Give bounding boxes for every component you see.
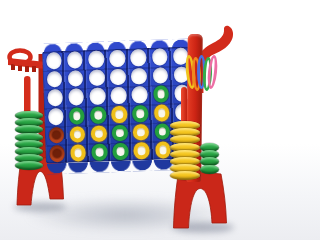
cell-r4c2 [66,106,88,125]
empty-hole [68,89,84,106]
yellow-disc [111,106,127,123]
yellow-disc [91,125,107,142]
cell-r2c2 [65,69,87,88]
empty-hole [111,87,127,104]
cell-r5c4 [109,123,131,142]
cell-r2c3 [86,68,108,87]
cell-r6c3 [89,143,111,162]
cell-r4c3 [87,105,109,124]
cell-r3c2 [65,87,87,106]
cell-r3c5 [129,85,151,104]
empty-hole-red-leg [48,127,64,144]
cell-r2c5 [128,67,150,86]
cell-r4c6 [151,103,173,122]
cell-r5c5 [130,123,152,142]
empty-hole [46,52,62,69]
ring-toss-rings [186,55,226,95]
cell-r4c1 [45,107,67,126]
left-green-disc-stack [15,111,43,170]
ring-hoop [10,51,31,64]
cell-r2c4 [107,67,129,86]
empty-hole [89,69,105,86]
green-disc [132,105,148,122]
cell-r1c3 [85,49,107,68]
cell-r1c6 [149,47,171,66]
empty-hole [48,108,64,125]
empty-hole [67,51,83,68]
cell-r4c4 [108,105,130,124]
cell-r2c6 [149,66,171,85]
cell-r4c5 [130,104,152,123]
cell-r1c1 [43,51,65,70]
empty-hole [131,68,147,85]
cell-r6c4 [110,142,132,161]
cell-r3c3 [87,87,109,106]
yellow-disc [153,104,169,121]
empty-hole-red-leg [49,145,65,162]
yellow-disc [70,145,86,162]
empty-hole [130,49,146,66]
cell-r3c6 [150,84,172,103]
cell-r6c1 [46,144,68,163]
yellow-disc [155,142,171,159]
empty-hole [110,68,126,85]
green-disc [112,124,128,141]
green-disc [154,123,170,140]
empty-hole [109,50,125,67]
green-stack-disc [200,165,219,174]
cell-r1c4 [106,49,128,68]
cell-r5c2 [67,125,89,144]
cell-r2c1 [44,70,66,89]
yellow-disc [70,126,86,143]
cell-r5c1 [46,125,68,144]
cell-r6c2 [67,143,89,162]
green-disc [91,144,107,161]
empty-hole [89,88,105,105]
yellow-disc [133,124,149,141]
cell-r5c3 [88,124,110,143]
right-yellow-disc-stack [170,121,200,180]
cell-r6c5 [131,141,153,160]
green-disc [69,107,85,124]
yellow-disc [134,142,150,159]
yellow-stack-disc [170,171,200,180]
green-disc [90,107,106,124]
empty-hole [132,86,148,103]
empty-hole [47,89,63,106]
right-small-green-disc-stack [200,143,219,174]
cell-r3c1 [44,88,66,107]
empty-hole [88,51,104,68]
empty-hole [152,48,168,65]
cell-r1c5 [128,48,150,67]
empty-hole [68,70,84,87]
cell-r1c2 [64,50,86,69]
green-stack-disc [15,161,43,170]
empty-hole [47,71,63,88]
cell-r3c4 [108,86,130,105]
green-disc [153,86,169,103]
green-disc [113,143,129,160]
empty-hole [152,67,168,84]
